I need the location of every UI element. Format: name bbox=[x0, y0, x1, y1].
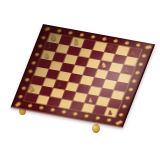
product-photo-scene: ♞♝♚♟♝♟♞♟♟♜♟♟ bbox=[0, 0, 160, 160]
board-foot-bottom bbox=[92, 124, 100, 133]
square-h1[interactable]: ♟ bbox=[104, 107, 119, 118]
board-grid: ♞♝♚♟♝♟♞♟♟♜♟♟ bbox=[24, 33, 141, 117]
board-frame: ♞♝♚♟♝♟♞♟♟♜♟♟ bbox=[11, 24, 156, 127]
chess-board: ♞♝♚♟♝♟♞♟♟♜♟♟ bbox=[11, 24, 153, 126]
piece-dark-pawn[interactable]: ♟ bbox=[94, 109, 125, 115]
